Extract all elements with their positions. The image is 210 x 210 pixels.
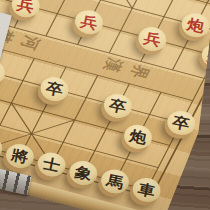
xiangqi-product-photo: 楚河 漢界 車馬相仕帥仕相馬車炮炮兵兵兵兵兵卒卒卒卒卒炮炮車馬象士將士象馬車 (0, 0, 210, 210)
xiangqi-board: 楚河 漢界 車馬相仕帥仕相馬車炮炮兵兵兵兵兵卒卒卒卒卒炮炮車馬象士將士象馬車 (0, 0, 210, 210)
